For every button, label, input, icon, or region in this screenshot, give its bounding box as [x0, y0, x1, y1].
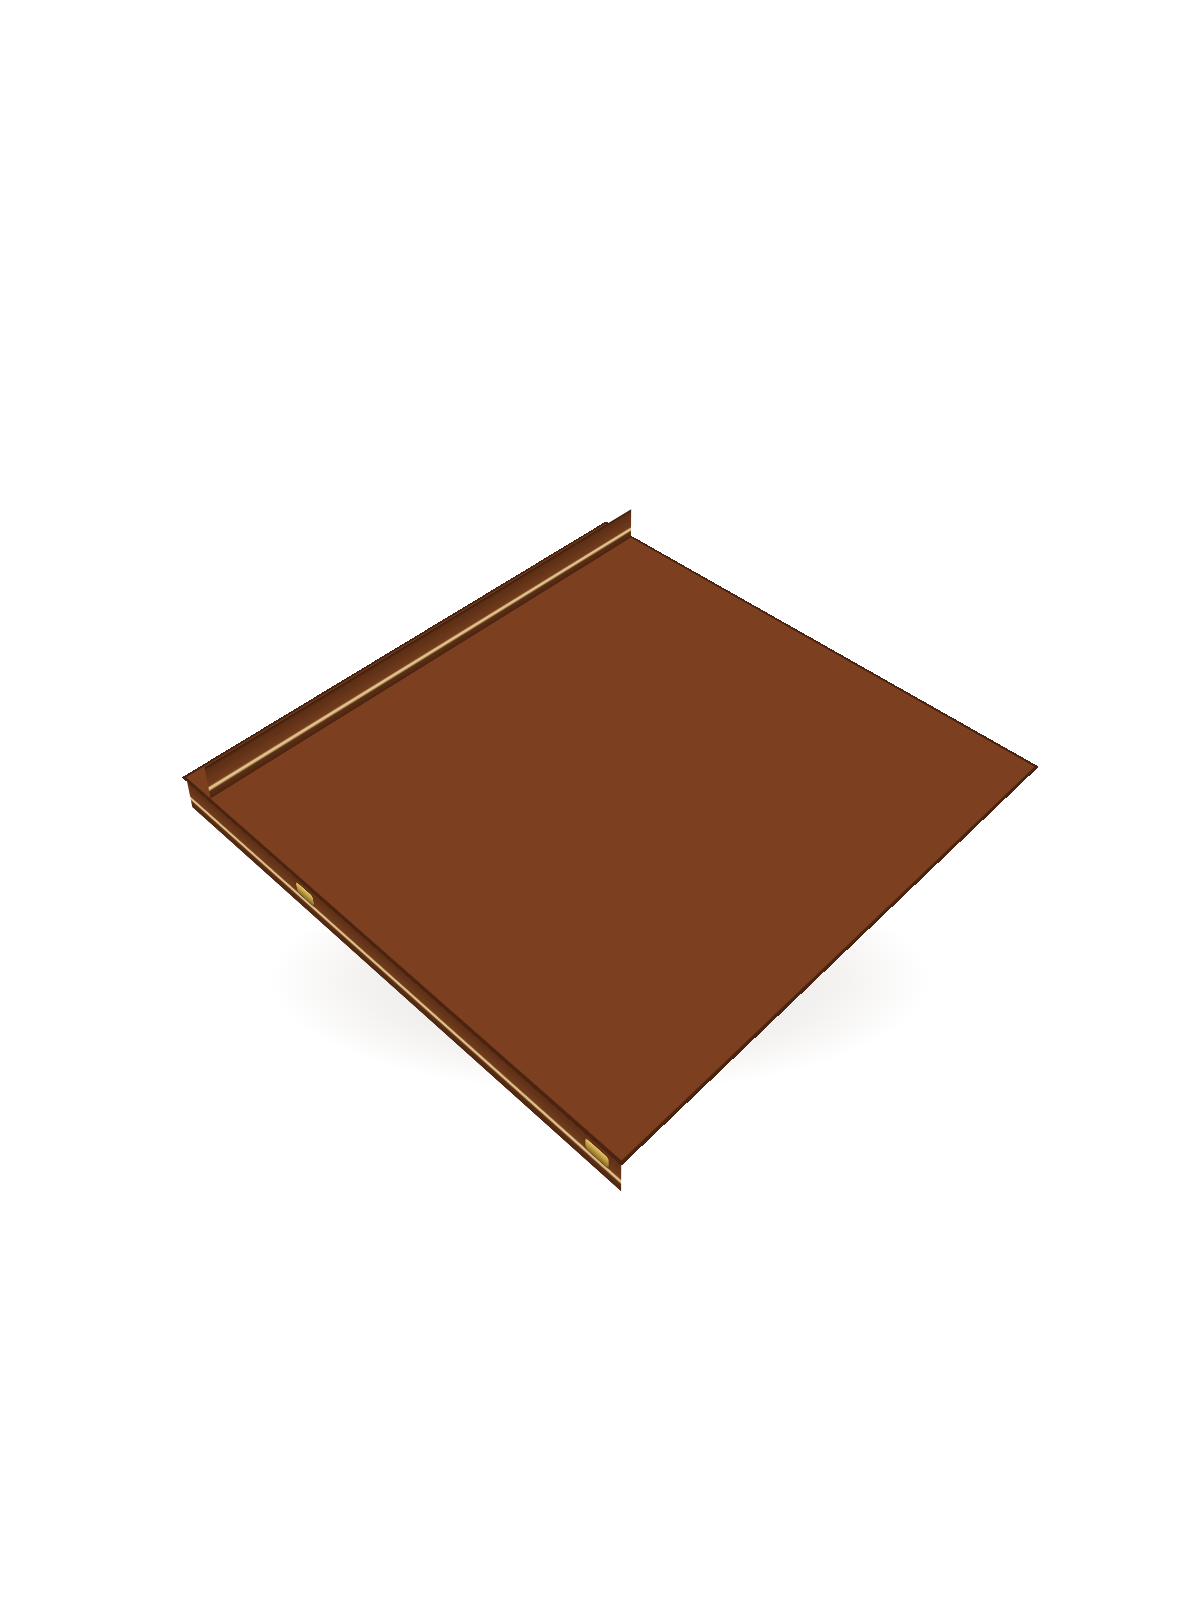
photo-canvas	[0, 0, 1200, 1600]
